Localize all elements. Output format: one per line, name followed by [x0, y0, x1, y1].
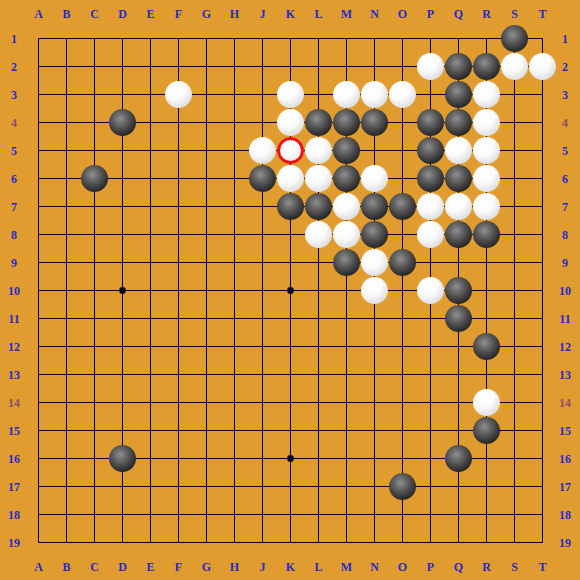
column-label: M: [341, 8, 352, 20]
column-label: P: [427, 561, 434, 573]
row-label: 11: [8, 313, 19, 325]
column-label: H: [230, 561, 239, 573]
row-label: 14: [559, 397, 571, 409]
column-label: E: [146, 8, 154, 20]
row-label: 16: [8, 453, 20, 465]
white-stone: [333, 193, 360, 220]
row-label: 16: [559, 453, 571, 465]
white-stone: [445, 137, 472, 164]
black-stone: [473, 53, 500, 80]
row-label: 17: [8, 481, 20, 493]
black-stone: [417, 109, 444, 136]
column-label: F: [175, 8, 182, 20]
column-label: F: [175, 561, 182, 573]
black-stone: [333, 137, 360, 164]
row-label: 15: [559, 425, 571, 437]
column-label: B: [62, 8, 70, 20]
row-label: 2: [11, 61, 17, 73]
white-stone: [361, 277, 388, 304]
row-label: 9: [562, 257, 568, 269]
column-label: L: [314, 561, 322, 573]
black-stone: [473, 333, 500, 360]
column-label: N: [370, 8, 379, 20]
column-label: K: [286, 561, 295, 573]
column-label: G: [202, 561, 211, 573]
black-stone: [417, 165, 444, 192]
white-stone: [361, 249, 388, 276]
row-label: 17: [559, 481, 571, 493]
column-label: J: [260, 561, 266, 573]
white-stone: [529, 53, 556, 80]
white-stone: [333, 221, 360, 248]
black-stone: [473, 221, 500, 248]
row-label: 14: [8, 397, 20, 409]
black-stone: [333, 109, 360, 136]
white-stone: [305, 137, 332, 164]
column-label: S: [511, 8, 518, 20]
column-label: R: [482, 561, 491, 573]
column-label: T: [538, 8, 546, 20]
star-point: [287, 455, 294, 462]
row-label: 1: [562, 33, 568, 45]
row-label: 11: [559, 313, 570, 325]
row-label: 18: [8, 509, 20, 521]
black-stone: [473, 417, 500, 444]
column-label: Q: [454, 8, 463, 20]
column-label: O: [398, 561, 407, 573]
black-stone: [361, 109, 388, 136]
white-stone: [249, 137, 276, 164]
row-label: 10: [8, 285, 20, 297]
black-stone: [361, 221, 388, 248]
white-stone: [277, 81, 304, 108]
column-label: O: [398, 8, 407, 20]
black-stone: [333, 249, 360, 276]
row-label: 2: [562, 61, 568, 73]
row-label: 13: [559, 369, 571, 381]
row-label: 1: [11, 33, 17, 45]
column-label: T: [538, 561, 546, 573]
column-label: G: [202, 8, 211, 20]
row-label: 9: [11, 257, 17, 269]
column-label: A: [34, 8, 43, 20]
black-stone: [389, 473, 416, 500]
black-stone: [277, 193, 304, 220]
white-stone: [305, 165, 332, 192]
white-stone: [361, 81, 388, 108]
black-stone: [445, 277, 472, 304]
white-stone: [417, 193, 444, 220]
column-label: N: [370, 561, 379, 573]
last-move-marker: [277, 137, 304, 164]
white-stone: [473, 389, 500, 416]
white-stone: [473, 137, 500, 164]
column-label: D: [118, 561, 127, 573]
white-stone: [277, 109, 304, 136]
row-label: 6: [11, 173, 17, 185]
black-stone: [109, 109, 136, 136]
row-label: 19: [559, 537, 571, 549]
row-label: 4: [11, 117, 17, 129]
row-label: 8: [11, 229, 17, 241]
black-stone: [501, 25, 528, 52]
row-label: 12: [8, 341, 20, 353]
black-stone: [445, 81, 472, 108]
black-stone: [445, 53, 472, 80]
black-stone: [333, 165, 360, 192]
white-stone: [277, 165, 304, 192]
column-label: B: [62, 561, 70, 573]
white-stone: [389, 81, 416, 108]
white-stone: [473, 81, 500, 108]
row-label: 10: [559, 285, 571, 297]
white-stone: [417, 221, 444, 248]
black-stone: [445, 221, 472, 248]
black-stone: [305, 109, 332, 136]
row-label: 8: [562, 229, 568, 241]
black-stone: [445, 165, 472, 192]
column-label: S: [511, 561, 518, 573]
black-stone: [389, 249, 416, 276]
white-stone: [361, 165, 388, 192]
row-label: 7: [562, 201, 568, 213]
row-label: 5: [562, 145, 568, 157]
white-stone: [417, 53, 444, 80]
row-label: 18: [559, 509, 571, 521]
black-stone: [249, 165, 276, 192]
row-label: 3: [562, 89, 568, 101]
column-label: K: [286, 8, 295, 20]
row-label: 13: [8, 369, 20, 381]
column-label: D: [118, 8, 127, 20]
white-stone: [333, 81, 360, 108]
black-stone: [445, 305, 472, 332]
white-stone: [417, 277, 444, 304]
column-label: J: [260, 8, 266, 20]
column-label: Q: [454, 561, 463, 573]
white-stone: [473, 109, 500, 136]
black-stone: [445, 445, 472, 472]
black-stone: [109, 445, 136, 472]
column-label: R: [482, 8, 491, 20]
row-label: 3: [11, 89, 17, 101]
row-label: 12: [559, 341, 571, 353]
column-label: P: [427, 8, 434, 20]
black-stone: [361, 193, 388, 220]
white-stone: [473, 193, 500, 220]
column-label: E: [146, 561, 154, 573]
column-label: M: [341, 561, 352, 573]
column-label: C: [90, 561, 99, 573]
row-label: 4: [562, 117, 568, 129]
go-board[interactable]: ABCDEFGHJKLMNOPQRST ABCDEFGHJKLMNOPQRST …: [0, 0, 580, 580]
row-label: 15: [8, 425, 20, 437]
white-stone: [473, 165, 500, 192]
star-point: [287, 287, 294, 294]
column-label: A: [34, 561, 43, 573]
black-stone: [81, 165, 108, 192]
row-label: 7: [11, 201, 17, 213]
black-stone: [389, 193, 416, 220]
column-label: C: [90, 8, 99, 20]
row-label: 5: [11, 145, 17, 157]
white-stone: [305, 221, 332, 248]
row-label: 6: [562, 173, 568, 185]
black-stone: [417, 137, 444, 164]
white-stone: [501, 53, 528, 80]
column-label: H: [230, 8, 239, 20]
star-point: [119, 287, 126, 294]
column-label: L: [314, 8, 322, 20]
white-stone: [165, 81, 192, 108]
white-stone: [445, 193, 472, 220]
row-label: 19: [8, 537, 20, 549]
black-stone: [305, 193, 332, 220]
black-stone: [445, 109, 472, 136]
